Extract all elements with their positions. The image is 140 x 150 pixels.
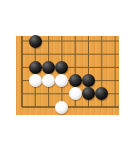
stone-black-B6[interactable]: [29, 35, 42, 48]
stone-black-F3[interactable]: [82, 74, 95, 87]
stone-white-D1[interactable]: [55, 101, 68, 114]
stone-white-B3[interactable]: [29, 74, 42, 87]
stone-black-C4[interactable]: [42, 61, 55, 74]
page: [0, 0, 140, 150]
stone-black-E3[interactable]: [69, 74, 82, 87]
stone-black-B4[interactable]: [29, 61, 42, 74]
stone-white-E2[interactable]: [69, 87, 82, 100]
